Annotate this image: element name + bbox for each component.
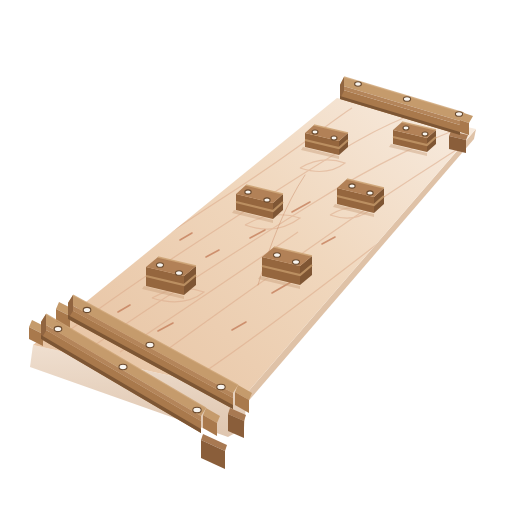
screw-hole [274, 253, 281, 258]
screw-hole [193, 407, 201, 413]
screw-hole [422, 132, 428, 136]
screw-hole [331, 136, 337, 140]
render-svg [0, 0, 510, 510]
screw-hole [355, 82, 362, 86]
screw-hole [455, 112, 462, 117]
screw-hole [312, 130, 318, 134]
screw-hole [367, 191, 373, 195]
screw-hole [245, 190, 251, 194]
product-render [0, 0, 510, 510]
screw-hole [349, 184, 355, 188]
screw-hole [157, 263, 164, 268]
screw-hole [293, 260, 300, 265]
screw-hole [119, 364, 127, 369]
screw-hole [217, 384, 225, 390]
screw-hole [403, 97, 410, 102]
screw-hole [54, 326, 62, 331]
screw-hole [403, 126, 409, 130]
screw-hole [146, 342, 154, 347]
screw-hole [83, 307, 91, 312]
screw-hole [176, 271, 183, 276]
screw-hole [264, 198, 270, 202]
